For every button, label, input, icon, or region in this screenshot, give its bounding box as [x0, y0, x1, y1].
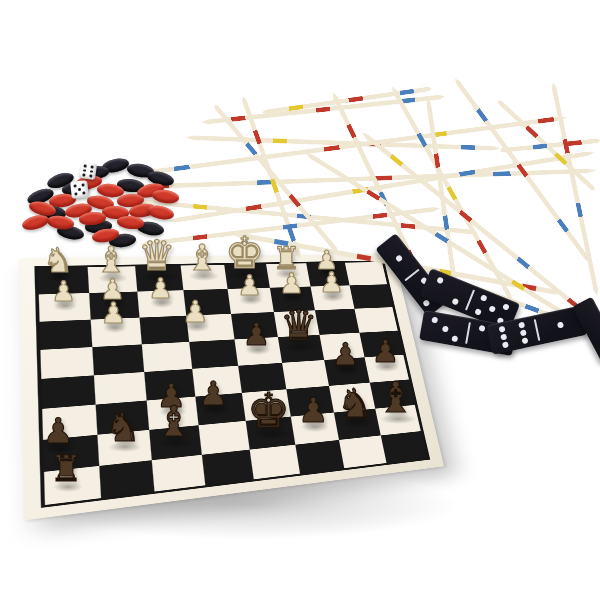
domino-pip: [474, 308, 482, 316]
chess-piece-dark-R-r8c1[interactable]: ♜: [50, 451, 82, 487]
domino-pip: [501, 333, 508, 340]
domino-pip: [488, 305, 496, 313]
domino-pip: [451, 297, 459, 305]
board-square-r1c8[interactable]: [345, 262, 387, 285]
board-square-r8c3[interactable]: [152, 455, 206, 492]
die-pip: [82, 191, 85, 194]
board-square-r8c8[interactable]: [381, 431, 427, 463]
domino-pip: [521, 338, 528, 345]
board-square-r4c4[interactable]: [189, 339, 238, 368]
chess-piece-light-B-r1c4[interactable]: ♝: [186, 240, 218, 276]
board-square-r3c7[interactable]: [315, 309, 359, 335]
chess-piece-dark-B-r7c3[interactable]: ♝: [155, 401, 193, 443]
die-1-showing-6[interactable]: [79, 162, 97, 180]
domino-pip: [431, 316, 438, 323]
checkers-disc-red-28[interactable]: [20, 212, 49, 232]
domino-pip: [441, 325, 448, 332]
chess-piece-dark-P-r6c4[interactable]: ♟: [199, 377, 229, 410]
domino-pip: [437, 277, 445, 285]
board-square-r5c2[interactable]: [94, 372, 147, 405]
board-square-r8c4[interactable]: [202, 450, 254, 486]
domino-pip: [480, 294, 488, 302]
chess-piece-light-P-r2c1[interactable]: ♟: [51, 278, 76, 306]
domino-pip: [518, 321, 525, 328]
chess-piece-light-P-r2c5[interactable]: ♟: [237, 272, 262, 300]
chess-piece-dark-P-r7c6[interactable]: ♟: [298, 393, 328, 427]
domino-pip: [395, 254, 403, 262]
domino-divider: [404, 269, 419, 282]
board-square-r8c7[interactable]: [339, 435, 387, 468]
chess-piece-light-P-r2c3[interactable]: ♟: [148, 275, 173, 303]
board-square-r4c2[interactable]: [92, 344, 144, 375]
domino-pip: [502, 342, 509, 349]
chess-piece-dark-P-r5c8[interactable]: ♟: [372, 336, 400, 367]
board-square-r8c2[interactable]: [99, 460, 154, 498]
chess-piece-dark-P-r5c7[interactable]: ♟: [332, 339, 360, 370]
chess-piece-dark-P-r4c5[interactable]: ♟: [243, 319, 271, 350]
chess-piece-light-P-r3c4[interactable]: ♟: [182, 297, 209, 327]
die-pip: [90, 170, 93, 173]
chess-piece-light-P-r3c2[interactable]: ♟: [101, 299, 127, 328]
chess-piece-dark-B-r7c8[interactable]: ♝: [377, 377, 415, 419]
chess-piece-dark-P-r7c1[interactable]: ♟: [43, 414, 74, 449]
board-square-r2c8[interactable]: [350, 284, 393, 308]
chess-piece-light-P-r2c7[interactable]: ♟: [319, 269, 344, 297]
chess-piece-light-Q-r1c3[interactable]: ♛: [138, 235, 176, 277]
chess-piece-dark-N-r7c2[interactable]: ♞: [105, 407, 141, 447]
chess-piece-light-N-r1c1[interactable]: ♞: [43, 243, 73, 277]
die-2-showing-5[interactable]: [70, 180, 89, 199]
board-square-r8c6[interactable]: [295, 440, 344, 474]
chess-piece-dark-N-r7c7[interactable]: ♞: [337, 383, 373, 423]
chess-piece-dark-K-r7c5[interactable]: ♚: [247, 386, 290, 434]
board-square-r5c1[interactable]: [41, 375, 95, 409]
die-pip: [81, 183, 84, 186]
die-pip: [89, 174, 92, 177]
domino-divider: [465, 289, 475, 310]
die-pip: [84, 165, 87, 168]
domino-pip: [479, 325, 486, 332]
domino-divider: [465, 322, 471, 344]
photo-stage: ♞♝♛♝♚♜♟♟♟♟♟♟♟♟♟♟♛♟♟♟♟♟♞♝♚♟♞♝♜: [0, 0, 600, 600]
domino-pip: [499, 325, 506, 332]
domino-divider: [534, 319, 541, 341]
chess-piece-dark-Q-r4c6[interactable]: ♛: [280, 305, 318, 347]
die-pip: [83, 169, 86, 172]
domino-pip: [557, 321, 564, 328]
domino-pip: [452, 335, 459, 342]
board-square-r3c1[interactable]: [40, 320, 93, 350]
chess-piece-light-P-r2c6[interactable]: ♟: [279, 270, 304, 298]
die-pip: [83, 173, 86, 176]
die-pip: [73, 184, 76, 187]
domino-pip: [519, 329, 526, 336]
domino-pip: [502, 303, 510, 311]
die-pip: [74, 192, 77, 195]
board-square-r8c5[interactable]: [250, 445, 300, 480]
board-square-r4c3[interactable]: [142, 342, 192, 372]
board-square-r3c8[interactable]: [354, 307, 397, 333]
die-pip: [77, 187, 80, 190]
die-pip: [90, 165, 93, 168]
board-square-r4c1[interactable]: [40, 347, 94, 379]
